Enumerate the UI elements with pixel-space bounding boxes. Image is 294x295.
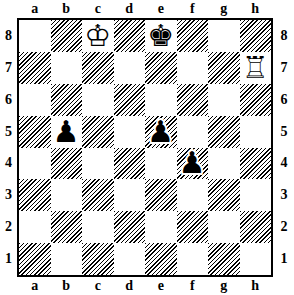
square-g2[interactable]: [208, 211, 240, 243]
square-a1[interactable]: [19, 243, 51, 275]
square-b3[interactable]: [51, 179, 83, 211]
square-f4[interactable]: ♟♟: [177, 148, 209, 180]
square-a2[interactable]: [19, 211, 51, 243]
file-label-c-bottom: c: [82, 277, 114, 295]
square-c8[interactable]: ♚♔: [82, 20, 114, 52]
square-f8[interactable]: [177, 20, 209, 52]
white-king-c8[interactable]: ♚♔: [82, 20, 114, 52]
square-f1[interactable]: [177, 243, 209, 275]
square-a5[interactable]: [19, 116, 51, 148]
file-label-f-top: f: [177, 0, 209, 18]
rank-label-8-left: 8: [0, 20, 17, 52]
square-a4[interactable]: [19, 148, 51, 180]
square-d7[interactable]: [114, 52, 146, 84]
file-label-d-top: d: [114, 0, 146, 18]
black-pawn-f4[interactable]: ♟♟: [177, 148, 209, 180]
rank-label-7-right: 7: [274, 52, 294, 84]
square-f3[interactable]: [177, 179, 209, 211]
file-label-b-bottom: b: [51, 277, 83, 295]
square-b2[interactable]: [51, 211, 83, 243]
rank-label-5-left: 5: [0, 116, 17, 148]
square-g3[interactable]: [208, 179, 240, 211]
rank-label-6-right: 6: [274, 84, 294, 116]
black-king-e8[interactable]: ♚♚: [145, 20, 177, 52]
square-d6[interactable]: [114, 84, 146, 116]
square-a3[interactable]: [19, 179, 51, 211]
rank-label-2-right: 2: [274, 211, 294, 243]
square-d5[interactable]: [114, 116, 146, 148]
rank-label-1-right: 1: [274, 243, 294, 275]
square-h2[interactable]: [240, 211, 272, 243]
square-e7[interactable]: [145, 52, 177, 84]
square-a7[interactable]: [19, 52, 51, 84]
chess-board: ♚♔♚♚♜♖♟♟♟♟♟♟: [17, 18, 273, 277]
piece-glyph: ♖: [240, 52, 272, 84]
square-b6[interactable]: [51, 84, 83, 116]
square-e5[interactable]: ♟♟: [145, 116, 177, 148]
file-label-h-top: h: [240, 0, 272, 18]
rank-label-3-right: 3: [274, 179, 294, 211]
file-label-a-top: a: [19, 0, 51, 18]
square-g8[interactable]: [208, 20, 240, 52]
rank-label-8-right: 8: [274, 20, 294, 52]
square-h6[interactable]: [240, 84, 272, 116]
square-g6[interactable]: [208, 84, 240, 116]
square-f2[interactable]: [177, 211, 209, 243]
piece-glyph: ♚: [145, 20, 177, 52]
rank-label-1-left: 1: [0, 243, 17, 275]
file-label-e-top: e: [145, 0, 177, 18]
file-label-d-bottom: d: [114, 277, 146, 295]
rank-label-4-right: 4: [274, 148, 294, 180]
file-label-e-bottom: e: [145, 277, 177, 295]
square-c3[interactable]: [82, 179, 114, 211]
square-c7[interactable]: [82, 52, 114, 84]
piece-glyph: ♟: [51, 116, 83, 148]
file-label-h-bottom: h: [240, 277, 272, 295]
rank-label-7-left: 7: [0, 52, 17, 84]
square-g4[interactable]: [208, 148, 240, 180]
square-h7[interactable]: ♜♖: [240, 52, 272, 84]
black-pawn-b5[interactable]: ♟♟: [51, 116, 83, 148]
rank-label-6-left: 6: [0, 84, 17, 116]
square-g5[interactable]: [208, 116, 240, 148]
square-h3[interactable]: [240, 179, 272, 211]
square-d1[interactable]: [114, 243, 146, 275]
square-b4[interactable]: [51, 148, 83, 180]
square-h5[interactable]: [240, 116, 272, 148]
file-label-f-bottom: f: [177, 277, 209, 295]
square-e4[interactable]: [145, 148, 177, 180]
square-f6[interactable]: [177, 84, 209, 116]
square-c4[interactable]: [82, 148, 114, 180]
square-c1[interactable]: [82, 243, 114, 275]
rank-label-4-left: 4: [0, 148, 17, 180]
piece-glyph: ♔: [82, 20, 114, 52]
piece-glyph: ♟: [177, 148, 209, 180]
square-d2[interactable]: [114, 211, 146, 243]
square-d8[interactable]: [114, 20, 146, 52]
file-label-g-top: g: [208, 0, 240, 18]
chess-diagram: ♚♔♚♚♜♖♟♟♟♟♟♟ aabbccddeeffgghh88776655443…: [0, 0, 294, 295]
file-label-a-bottom: a: [19, 277, 51, 295]
square-f7[interactable]: [177, 52, 209, 84]
square-h8[interactable]: [240, 20, 272, 52]
file-label-b-top: b: [51, 0, 83, 18]
square-h1[interactable]: [240, 243, 272, 275]
rank-label-2-left: 2: [0, 211, 17, 243]
square-d4[interactable]: [114, 148, 146, 180]
square-d3[interactable]: [114, 179, 146, 211]
square-e8[interactable]: ♚♚: [145, 20, 177, 52]
square-c2[interactable]: [82, 211, 114, 243]
square-a6[interactable]: [19, 84, 51, 116]
square-e3[interactable]: [145, 179, 177, 211]
file-label-c-top: c: [82, 0, 114, 18]
square-c6[interactable]: [82, 84, 114, 116]
black-pawn-e5[interactable]: ♟♟: [145, 116, 177, 148]
square-a8[interactable]: [19, 20, 51, 52]
square-c5[interactable]: [82, 116, 114, 148]
square-e6[interactable]: [145, 84, 177, 116]
piece-glyph: ♟: [145, 116, 177, 148]
rank-label-5-right: 5: [274, 116, 294, 148]
square-g7[interactable]: [208, 52, 240, 84]
square-b7[interactable]: [51, 52, 83, 84]
white-rook-h7[interactable]: ♜♖: [240, 52, 272, 84]
square-b1[interactable]: [51, 243, 83, 275]
square-g1[interactable]: [208, 243, 240, 275]
rank-label-3-left: 3: [0, 179, 17, 211]
square-e2[interactable]: [145, 211, 177, 243]
file-label-g-bottom: g: [208, 277, 240, 295]
square-f5[interactable]: [177, 116, 209, 148]
square-b8[interactable]: [51, 20, 83, 52]
square-e1[interactable]: [145, 243, 177, 275]
square-b5[interactable]: ♟♟: [51, 116, 83, 148]
square-h4[interactable]: [240, 148, 272, 180]
